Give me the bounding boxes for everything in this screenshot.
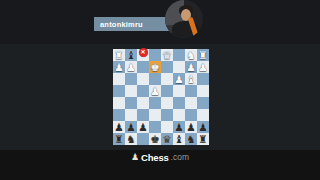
square-c1[interactable] [173, 49, 185, 61]
piece-white-p-a2[interactable]: ♟ [197, 61, 209, 73]
square-a6[interactable] [197, 109, 209, 121]
square-a4[interactable] [197, 85, 209, 97]
piece-white-p-c3[interactable]: ♟ [173, 73, 185, 85]
square-g6[interactable] [125, 109, 137, 121]
square-h2[interactable]: ♟ [113, 61, 125, 73]
square-e4[interactable]: ♟ [149, 85, 161, 97]
piece-black-p-a7[interactable]: ♟ [197, 121, 209, 133]
square-c2[interactable] [173, 61, 185, 73]
square-b7[interactable]: ♟ [185, 121, 197, 133]
piece-white-q-d1[interactable]: ♛ [161, 49, 173, 61]
piece-black-q-d8[interactable]: ♛ [161, 133, 173, 145]
piece-black-p-f7[interactable]: ♟ [137, 121, 149, 133]
chess-board[interactable]: ♜♝♛♞♜♟♟♚♟♟♟♝♟♟♟♟♟♟♟♜♞♚♛♝♞♜✕ [113, 49, 209, 145]
piece-white-p-e4[interactable]: ♟ [149, 85, 161, 97]
square-f3[interactable] [137, 73, 149, 85]
square-d3[interactable] [161, 73, 173, 85]
square-f8[interactable] [137, 133, 149, 145]
player-name: antonkimru [94, 20, 143, 29]
square-d6[interactable] [161, 109, 173, 121]
square-d2[interactable] [161, 61, 173, 73]
square-b8[interactable]: ♞ [185, 133, 197, 145]
chesscom-logo: ♟ Chess .com [0, 150, 320, 164]
square-e2[interactable]: ♚ [149, 61, 161, 73]
brand-suffix-text: .com [171, 152, 189, 162]
square-g7[interactable]: ♟ [125, 121, 137, 133]
square-c3[interactable]: ♟ [173, 73, 185, 85]
square-h4[interactable] [113, 85, 125, 97]
piece-black-b-g1[interactable]: ♝ [125, 49, 137, 61]
square-e1[interactable] [149, 49, 161, 61]
piece-black-p-c7[interactable]: ♟ [173, 121, 185, 133]
square-e8[interactable]: ♚ [149, 133, 161, 145]
square-a3[interactable] [197, 73, 209, 85]
square-a7[interactable]: ♟ [197, 121, 209, 133]
piece-white-r-a1[interactable]: ♜ [197, 49, 209, 61]
webcam-avatar [165, 0, 203, 38]
piece-white-k-e2[interactable]: ♚ [149, 61, 161, 73]
piece-white-p-b2[interactable]: ♟ [185, 61, 197, 73]
piece-white-p-h2[interactable]: ♟ [113, 61, 125, 73]
piece-black-n-b8[interactable]: ♞ [185, 133, 197, 145]
square-h7[interactable]: ♟ [113, 121, 125, 133]
square-e5[interactable] [149, 97, 161, 109]
square-f2[interactable] [137, 61, 149, 73]
square-g3[interactable] [125, 73, 137, 85]
square-f7[interactable]: ♟ [137, 121, 149, 133]
square-b2[interactable]: ♟ [185, 61, 197, 73]
square-d7[interactable] [161, 121, 173, 133]
piece-black-n-g8[interactable]: ♞ [125, 133, 137, 145]
square-c5[interactable] [173, 97, 185, 109]
piece-black-p-b7[interactable]: ♟ [185, 121, 197, 133]
square-a5[interactable] [197, 97, 209, 109]
square-h1[interactable]: ♜ [113, 49, 125, 61]
square-b5[interactable] [185, 97, 197, 109]
brand-text: Chess [141, 152, 169, 163]
square-f4[interactable] [137, 85, 149, 97]
square-b6[interactable] [185, 109, 197, 121]
square-b3[interactable]: ♝ [185, 73, 197, 85]
square-g2[interactable]: ♟ [125, 61, 137, 73]
piece-black-p-h7[interactable]: ♟ [113, 121, 125, 133]
piece-white-n-b1[interactable]: ♞ [185, 49, 197, 61]
pawn-icon: ♟ [131, 150, 139, 164]
square-c8[interactable]: ♝ [173, 133, 185, 145]
piece-white-r-h1[interactable]: ♜ [113, 49, 125, 61]
square-c4[interactable] [173, 85, 185, 97]
square-c7[interactable]: ♟ [173, 121, 185, 133]
square-a8[interactable]: ♜ [197, 133, 209, 145]
square-c6[interactable] [173, 109, 185, 121]
square-h5[interactable] [113, 97, 125, 109]
square-d5[interactable] [161, 97, 173, 109]
square-f6[interactable] [137, 109, 149, 121]
square-b4[interactable] [185, 85, 197, 97]
square-d1[interactable]: ♛ [161, 49, 173, 61]
square-h8[interactable]: ♜ [113, 133, 125, 145]
square-e7[interactable] [149, 121, 161, 133]
piece-black-k-e8[interactable]: ♚ [149, 133, 161, 145]
piece-white-b-b3[interactable]: ♝ [185, 73, 197, 85]
square-d4[interactable] [161, 85, 173, 97]
piece-white-p-g2[interactable]: ♟ [125, 61, 137, 73]
square-g5[interactable] [125, 97, 137, 109]
square-g4[interactable] [125, 85, 137, 97]
square-g1[interactable]: ♝ [125, 49, 137, 61]
square-e3[interactable] [149, 73, 161, 85]
square-h6[interactable] [113, 109, 125, 121]
piece-black-b-c8[interactable]: ♝ [173, 133, 185, 145]
move-classification-badge: ✕ [139, 48, 148, 57]
square-f5[interactable] [137, 97, 149, 109]
piece-black-r-h8[interactable]: ♜ [113, 133, 125, 145]
square-d8[interactable]: ♛ [161, 133, 173, 145]
square-b1[interactable]: ♞ [185, 49, 197, 61]
piece-black-p-g7[interactable]: ♟ [125, 121, 137, 133]
square-a1[interactable]: ♜ [197, 49, 209, 61]
square-g8[interactable]: ♞ [125, 133, 137, 145]
square-a2[interactable]: ♟ [197, 61, 209, 73]
piece-black-r-a8[interactable]: ♜ [197, 133, 209, 145]
square-h3[interactable] [113, 73, 125, 85]
square-e6[interactable] [149, 109, 161, 121]
